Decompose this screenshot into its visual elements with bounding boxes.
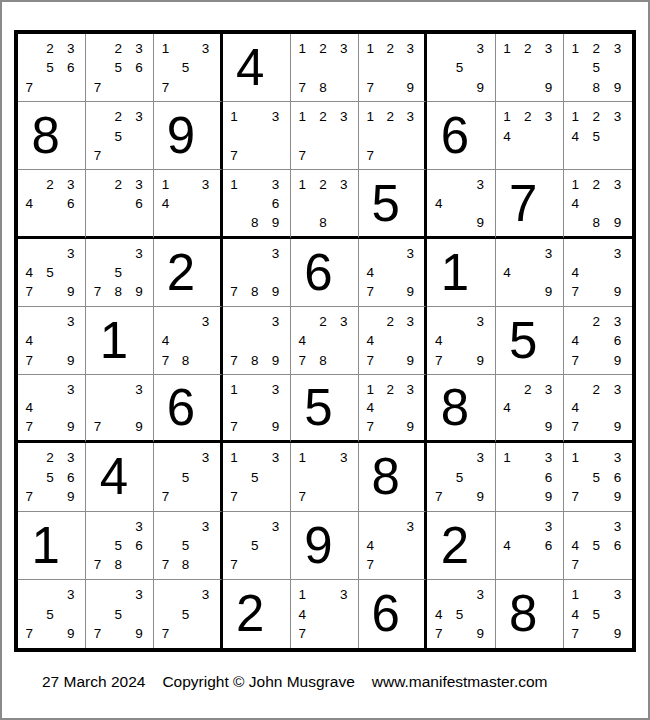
cell-r9c2[interactable]: 3579 <box>86 580 154 648</box>
candidate-1: 1 <box>155 175 175 194</box>
candidate-8 <box>586 351 607 370</box>
candidate-7: 7 <box>155 624 175 644</box>
candidate-5 <box>380 127 400 146</box>
candidate-1: 1 <box>224 175 245 194</box>
candidate-1: 1 <box>292 175 313 194</box>
candidate-2 <box>244 517 265 536</box>
cell-r7c3[interactable]: 357 <box>154 443 222 511</box>
cell-r2c8[interactable]: 1234 <box>496 102 564 170</box>
candidate-5: 5 <box>586 58 607 77</box>
candidate-7 <box>428 78 449 97</box>
candidate-1 <box>428 175 449 194</box>
candidate-5 <box>517 263 538 282</box>
candidate-2 <box>108 380 129 399</box>
pencil-marks: 137 <box>291 443 358 510</box>
candidate-3: 3 <box>333 448 354 467</box>
pencil-marks: 1237 <box>291 102 358 169</box>
candidate-3: 3 <box>196 585 216 605</box>
candidate-5 <box>244 127 265 146</box>
candidate-4 <box>360 127 380 146</box>
candidate-4 <box>565 58 586 77</box>
candidate-8 <box>176 487 196 506</box>
candidate-3: 3 <box>129 107 150 126</box>
candidate-8 <box>586 487 607 506</box>
candidate-2 <box>586 448 607 467</box>
candidate-7: 7 <box>87 146 108 165</box>
candidate-7: 7 <box>224 418 245 437</box>
cell-r9c6[interactable]: 6 <box>359 580 427 648</box>
candidate-9 <box>333 78 354 97</box>
candidate-7 <box>19 213 40 232</box>
candidate-6: 6 <box>265 194 286 213</box>
candidate-5 <box>380 536 400 555</box>
candidate-7 <box>565 213 586 232</box>
pencil-marks: 1347 <box>291 580 358 648</box>
candidate-7 <box>565 78 586 97</box>
candidate-5 <box>40 194 61 213</box>
candidate-8 <box>176 213 196 232</box>
cell-r8c8[interactable]: 346 <box>496 512 564 580</box>
candidate-2 <box>244 107 265 126</box>
candidate-2: 2 <box>517 380 538 399</box>
candidate-7: 7 <box>428 351 449 370</box>
candidate-3: 3 <box>607 312 628 331</box>
pencil-marks: 35678 <box>86 512 153 579</box>
candidate-4: 4 <box>565 399 586 418</box>
candidate-3: 3 <box>400 39 420 58</box>
cell-r6c4[interactable]: 1379 <box>223 375 291 443</box>
candidate-8 <box>517 418 538 437</box>
candidate-3: 3 <box>607 380 628 399</box>
candidate-4 <box>497 468 518 487</box>
candidate-7: 7 <box>565 624 586 644</box>
candidate-8 <box>449 487 470 506</box>
candidate-9 <box>538 555 559 574</box>
candidate-7 <box>497 555 518 574</box>
candidate-2 <box>586 585 607 605</box>
candidate-5 <box>586 399 607 418</box>
candidate-1 <box>497 517 518 536</box>
cell-r5c8[interactable]: 5 <box>496 307 564 375</box>
candidate-5 <box>244 263 265 282</box>
candidate-4: 4 <box>497 536 518 555</box>
candidate-9: 9 <box>538 418 559 437</box>
cell-r8c3[interactable]: 3578 <box>154 512 222 580</box>
candidate-3: 3 <box>265 448 286 467</box>
cell-r3c9[interactable]: 123489 <box>564 170 632 238</box>
given-digit: 2 <box>167 247 195 298</box>
candidate-9 <box>196 487 216 506</box>
candidate-2: 2 <box>586 107 607 126</box>
candidate-5 <box>108 194 129 213</box>
cell-r4c5[interactable]: 6 <box>291 239 359 307</box>
cell-r1c4[interactable]: 4 <box>223 34 291 102</box>
candidate-9: 9 <box>60 487 81 506</box>
candidate-7: 7 <box>19 418 40 437</box>
pencil-marks: 3789 <box>223 307 290 374</box>
candidate-5 <box>380 331 400 350</box>
cell-r1c1[interactable]: 23567 <box>18 34 86 102</box>
cell-r4c7[interactable]: 1 <box>427 239 495 307</box>
candidate-9: 9 <box>265 213 286 232</box>
candidate-9: 9 <box>538 78 559 97</box>
cell-r3c7[interactable]: 349 <box>427 170 495 238</box>
pencil-marks: 12345 <box>564 102 632 169</box>
cell-r1c5[interactable]: 12378 <box>291 34 359 102</box>
candidate-8 <box>586 624 607 644</box>
cell-r5c5[interactable]: 23478 <box>291 307 359 375</box>
candidate-6 <box>538 263 559 282</box>
candidate-5 <box>244 331 265 350</box>
cell-r5c7[interactable]: 3479 <box>427 307 495 375</box>
candidate-5 <box>244 194 265 213</box>
candidate-2 <box>449 312 470 331</box>
candidate-4 <box>87 605 108 625</box>
candidate-2 <box>108 585 129 605</box>
cell-r2c3[interactable]: 9 <box>154 102 222 170</box>
candidate-1 <box>360 244 380 263</box>
candidate-8: 8 <box>313 351 334 370</box>
candidate-8: 8 <box>586 78 607 97</box>
cell-r6c2[interactable]: 379 <box>86 375 154 443</box>
candidate-1 <box>428 585 449 605</box>
candidate-3: 3 <box>333 107 354 126</box>
candidate-3: 3 <box>60 39 81 58</box>
candidate-9: 9 <box>265 351 286 370</box>
cell-r8c5[interactable]: 9 <box>291 512 359 580</box>
pencil-marks: 1357 <box>154 34 219 101</box>
given-digit: 2 <box>441 520 469 571</box>
candidate-2 <box>449 175 470 194</box>
pencil-marks: 12379 <box>359 34 424 101</box>
candidate-7: 7 <box>87 555 108 574</box>
candidate-2 <box>108 244 129 263</box>
pencil-marks: 349 <box>496 239 563 306</box>
cell-r7c1[interactable]: 235679 <box>18 443 86 511</box>
candidate-8: 8 <box>244 351 265 370</box>
cell-r5c1[interactable]: 3479 <box>18 307 86 375</box>
cell-r7c7[interactable]: 3579 <box>427 443 495 511</box>
cell-r8c4[interactable]: 357 <box>223 512 291 580</box>
pencil-marks: 1369 <box>496 443 563 510</box>
cell-r7c8[interactable]: 1369 <box>496 443 564 511</box>
candidate-3: 3 <box>129 517 150 536</box>
candidate-1: 1 <box>497 107 518 126</box>
candidate-8: 8 <box>313 213 334 232</box>
candidate-6 <box>265 127 286 146</box>
candidate-7: 7 <box>155 351 175 370</box>
candidate-7: 7 <box>292 487 313 506</box>
candidate-3: 3 <box>538 448 559 467</box>
footer-copyright: Copyright © John Musgrave <box>162 673 354 691</box>
candidate-4: 4 <box>19 399 40 418</box>
candidate-8 <box>380 146 400 165</box>
cell-r6c6[interactable]: 123479 <box>359 375 427 443</box>
cell-r6c3[interactable]: 6 <box>154 375 222 443</box>
candidate-3: 3 <box>400 517 420 536</box>
cell-r2c7[interactable]: 6 <box>427 102 495 170</box>
candidate-4: 4 <box>19 194 40 213</box>
candidate-2: 2 <box>380 107 400 126</box>
candidate-1 <box>224 312 245 331</box>
cell-r3c5[interactable]: 1238 <box>291 170 359 238</box>
cell-r9c7[interactable]: 34579 <box>427 580 495 648</box>
candidate-4 <box>155 468 175 487</box>
candidate-5: 5 <box>176 58 196 77</box>
footer-date: 27 March 2024 <box>42 673 145 691</box>
cell-r3c8[interactable]: 7 <box>496 170 564 238</box>
candidate-1 <box>565 312 586 331</box>
candidate-2 <box>313 585 334 605</box>
candidate-7 <box>565 146 586 165</box>
candidate-9: 9 <box>470 624 491 644</box>
candidate-8 <box>380 78 400 97</box>
candidate-4 <box>87 399 108 418</box>
cell-r9c1[interactable]: 3579 <box>18 580 86 648</box>
candidate-9: 9 <box>607 624 628 644</box>
cell-r4c9[interactable]: 3479 <box>564 239 632 307</box>
candidate-8 <box>313 146 334 165</box>
candidate-3: 3 <box>60 380 81 399</box>
candidate-1 <box>155 585 175 605</box>
candidate-4 <box>87 536 108 555</box>
candidate-9 <box>538 146 559 165</box>
cell-r3c1[interactable]: 2346 <box>18 170 86 238</box>
pencil-marks: 357 <box>223 512 290 579</box>
candidate-7: 7 <box>19 487 40 506</box>
candidate-8 <box>380 418 400 437</box>
cell-r6c7[interactable]: 8 <box>427 375 495 443</box>
cell-r2c2[interactable]: 2357 <box>86 102 154 170</box>
candidate-4 <box>428 468 449 487</box>
cell-r7c6[interactable]: 8 <box>359 443 427 511</box>
cell-r7c9[interactable]: 135679 <box>564 443 632 511</box>
candidate-1: 1 <box>565 175 586 194</box>
candidate-9: 9 <box>400 282 420 301</box>
candidate-7: 7 <box>292 146 313 165</box>
cell-r2c5[interactable]: 1237 <box>291 102 359 170</box>
candidate-6 <box>400 58 420 77</box>
candidate-9: 9 <box>129 282 150 301</box>
candidate-6 <box>129 127 150 146</box>
candidate-9: 9 <box>470 78 491 97</box>
cell-r1c6[interactable]: 12379 <box>359 34 427 102</box>
cell-r9c8[interactable]: 8 <box>496 580 564 648</box>
candidate-8 <box>40 282 61 301</box>
candidate-8 <box>449 78 470 97</box>
candidate-7 <box>497 418 518 437</box>
candidate-2 <box>176 175 196 194</box>
pencil-marks: 3789 <box>223 239 290 306</box>
candidate-6 <box>400 127 420 146</box>
cell-r1c8[interactable]: 1239 <box>496 34 564 102</box>
cell-r4c3[interactable]: 2 <box>154 239 222 307</box>
candidate-9 <box>400 146 420 165</box>
cell-r5c9[interactable]: 234679 <box>564 307 632 375</box>
candidate-1: 1 <box>292 448 313 467</box>
candidate-2: 2 <box>313 312 334 331</box>
given-digit: 9 <box>167 110 195 161</box>
candidate-7: 7 <box>87 78 108 97</box>
candidate-5: 5 <box>244 468 265 487</box>
cell-r9c3[interactable]: 357 <box>154 580 222 648</box>
candidate-1 <box>19 448 40 467</box>
candidate-2 <box>244 380 265 399</box>
cell-r4c4[interactable]: 3789 <box>223 239 291 307</box>
candidate-3: 3 <box>607 107 628 126</box>
candidate-2: 2 <box>586 39 607 58</box>
cell-r2c4[interactable]: 137 <box>223 102 291 170</box>
candidate-3: 3 <box>129 585 150 605</box>
candidate-1: 1 <box>224 448 245 467</box>
cell-r1c9[interactable]: 123589 <box>564 34 632 102</box>
candidate-6 <box>265 468 286 487</box>
candidate-6 <box>607 399 628 418</box>
candidate-4 <box>224 194 245 213</box>
candidate-4: 4 <box>428 194 449 213</box>
candidate-8 <box>40 624 61 644</box>
candidate-5 <box>108 399 129 418</box>
candidate-2 <box>244 448 265 467</box>
candidate-6 <box>333 127 354 146</box>
candidate-7: 7 <box>224 146 245 165</box>
candidate-5 <box>40 331 61 350</box>
cell-r6c9[interactable]: 23479 <box>564 375 632 443</box>
pencil-marks: 3479 <box>564 239 632 306</box>
cell-r7c2[interactable]: 4 <box>86 443 154 511</box>
candidate-5 <box>176 331 196 350</box>
candidate-4 <box>292 127 313 146</box>
cell-r8c2[interactable]: 35678 <box>86 512 154 580</box>
candidate-4 <box>19 468 40 487</box>
given-digit: 6 <box>372 588 400 639</box>
candidate-4: 4 <box>565 605 586 625</box>
pencil-marks: 137 <box>223 102 290 169</box>
candidate-9: 9 <box>607 213 628 232</box>
candidate-2: 2 <box>313 107 334 126</box>
candidate-8 <box>517 487 538 506</box>
candidate-4: 4 <box>360 399 380 418</box>
candidate-6 <box>400 331 420 350</box>
candidate-8 <box>176 78 196 97</box>
candidate-3: 3 <box>400 244 420 263</box>
candidate-3: 3 <box>60 448 81 467</box>
cell-r3c2[interactable]: 236 <box>86 170 154 238</box>
candidate-3: 3 <box>538 380 559 399</box>
candidate-6 <box>400 399 420 418</box>
cell-r6c1[interactable]: 3479 <box>18 375 86 443</box>
candidate-1 <box>19 175 40 194</box>
candidate-9: 9 <box>607 78 628 97</box>
candidate-4: 4 <box>565 194 586 213</box>
cell-r4c8[interactable]: 349 <box>496 239 564 307</box>
candidate-8 <box>380 555 400 574</box>
pencil-marks: 23479 <box>564 375 632 440</box>
candidate-5 <box>313 468 334 487</box>
pencil-marks: 134 <box>154 170 219 235</box>
cell-r2c6[interactable]: 1237 <box>359 102 427 170</box>
cell-r7c5[interactable]: 137 <box>291 443 359 511</box>
candidate-9 <box>265 487 286 506</box>
candidate-7: 7 <box>87 624 108 644</box>
cell-r3c6[interactable]: 5 <box>359 170 427 238</box>
candidate-8 <box>449 351 470 370</box>
cell-r1c2[interactable]: 23567 <box>86 34 154 102</box>
candidate-9 <box>333 624 354 644</box>
candidate-8 <box>108 146 129 165</box>
pencil-marks: 3579 <box>18 580 85 648</box>
candidate-1 <box>497 380 518 399</box>
cell-r8c1[interactable]: 1 <box>18 512 86 580</box>
cell-r8c6[interactable]: 347 <box>359 512 427 580</box>
candidate-1: 1 <box>292 585 313 605</box>
candidate-9 <box>333 487 354 506</box>
cell-r4c2[interactable]: 35789 <box>86 239 154 307</box>
candidate-7: 7 <box>292 351 313 370</box>
cell-r4c1[interactable]: 34579 <box>18 239 86 307</box>
pencil-marks: 23567 <box>18 34 85 101</box>
cell-r9c4[interactable]: 2 <box>223 580 291 648</box>
cell-r5c4[interactable]: 3789 <box>223 307 291 375</box>
candidate-2 <box>517 244 538 263</box>
candidate-1 <box>224 517 245 536</box>
cell-r4c6[interactable]: 3479 <box>359 239 427 307</box>
candidate-4: 4 <box>497 263 518 282</box>
candidate-4 <box>155 605 175 625</box>
footer-website: www.manifestmaster.com <box>372 673 548 691</box>
candidate-5: 5 <box>108 536 129 555</box>
candidate-6 <box>265 331 286 350</box>
cell-r5c3[interactable]: 3478 <box>154 307 222 375</box>
candidate-9: 9 <box>607 282 628 301</box>
cell-r7c4[interactable]: 1357 <box>223 443 291 511</box>
candidate-3: 3 <box>265 517 286 536</box>
candidate-9: 9 <box>538 487 559 506</box>
pencil-marks: 235679 <box>18 443 85 510</box>
candidate-7: 7 <box>565 555 586 574</box>
cell-r9c9[interactable]: 134579 <box>564 580 632 648</box>
cell-r2c1[interactable]: 8 <box>18 102 86 170</box>
candidate-5 <box>586 194 607 213</box>
candidate-1 <box>87 39 108 58</box>
cell-r1c3[interactable]: 1357 <box>154 34 222 102</box>
pencil-marks: 357 <box>154 443 219 510</box>
candidate-3: 3 <box>265 107 286 126</box>
candidate-6: 6 <box>129 536 150 555</box>
cell-r6c5[interactable]: 5 <box>291 375 359 443</box>
cell-r2c9[interactable]: 12345 <box>564 102 632 170</box>
pencil-marks: 1379 <box>223 375 290 440</box>
candidate-1 <box>428 312 449 331</box>
cell-r3c3[interactable]: 134 <box>154 170 222 238</box>
candidate-2: 2 <box>380 312 400 331</box>
candidate-2: 2 <box>108 39 129 58</box>
cell-r9c5[interactable]: 1347 <box>291 580 359 648</box>
candidate-4 <box>224 468 245 487</box>
candidate-8 <box>244 487 265 506</box>
cell-r5c2[interactable]: 1 <box>86 307 154 375</box>
candidate-6: 6 <box>129 194 150 213</box>
candidate-9: 9 <box>60 418 81 437</box>
cell-r5c6[interactable]: 23479 <box>359 307 427 375</box>
cell-r8c9[interactable]: 34567 <box>564 512 632 580</box>
cell-r1c7[interactable]: 359 <box>427 34 495 102</box>
cell-r6c8[interactable]: 2349 <box>496 375 564 443</box>
cell-r8c7[interactable]: 2 <box>427 512 495 580</box>
pencil-marks: 234679 <box>564 307 632 374</box>
candidate-1: 1 <box>360 380 380 399</box>
cell-r3c4[interactable]: 13689 <box>223 170 291 238</box>
